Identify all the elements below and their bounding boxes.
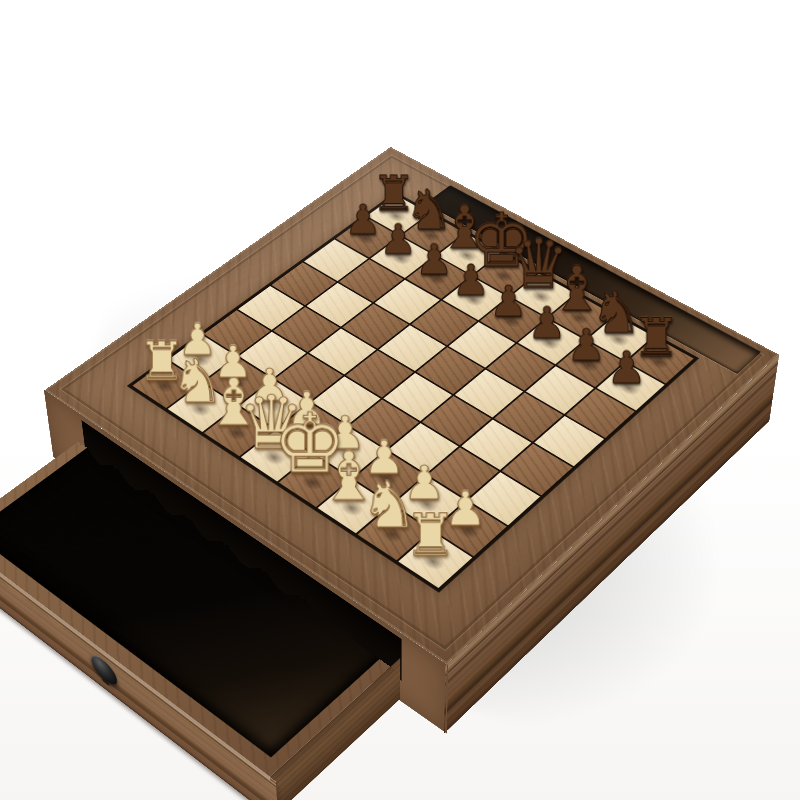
black-pawn-glyph: ♟ bbox=[345, 199, 382, 240]
black-pawn-glyph: ♟ bbox=[380, 219, 417, 260]
black-pawn-glyph: ♟ bbox=[415, 239, 453, 281]
black-pawn-glyph: ♟ bbox=[452, 259, 490, 301]
black-pawn-glyph: ♟ bbox=[567, 323, 606, 367]
chess-box: ♜♞♝♚♛♝♞♜♟♟♟♟♟♟♟♟♟♟♟♟♟♟♟♟♜♞♝♛♚♝♞♜ bbox=[45, 147, 778, 664]
black-pawn-glyph: ♟ bbox=[607, 346, 647, 390]
white-rook-glyph: ♜ bbox=[404, 506, 456, 564]
product-photo-stage: ♜♞♝♚♛♝♞♜♟♟♟♟♟♟♟♟♟♟♟♟♟♟♟♟♜♞♝♛♚♝♞♜ bbox=[0, 0, 800, 800]
scene: ♜♞♝♚♛♝♞♜♟♟♟♟♟♟♟♟♟♟♟♟♟♟♟♟♜♞♝♛♚♝♞♜ bbox=[0, 0, 800, 800]
black-pawn-glyph: ♟ bbox=[489, 280, 527, 323]
black-pawn-glyph: ♟ bbox=[527, 301, 566, 344]
square-a4[interactable] bbox=[238, 286, 304, 330]
